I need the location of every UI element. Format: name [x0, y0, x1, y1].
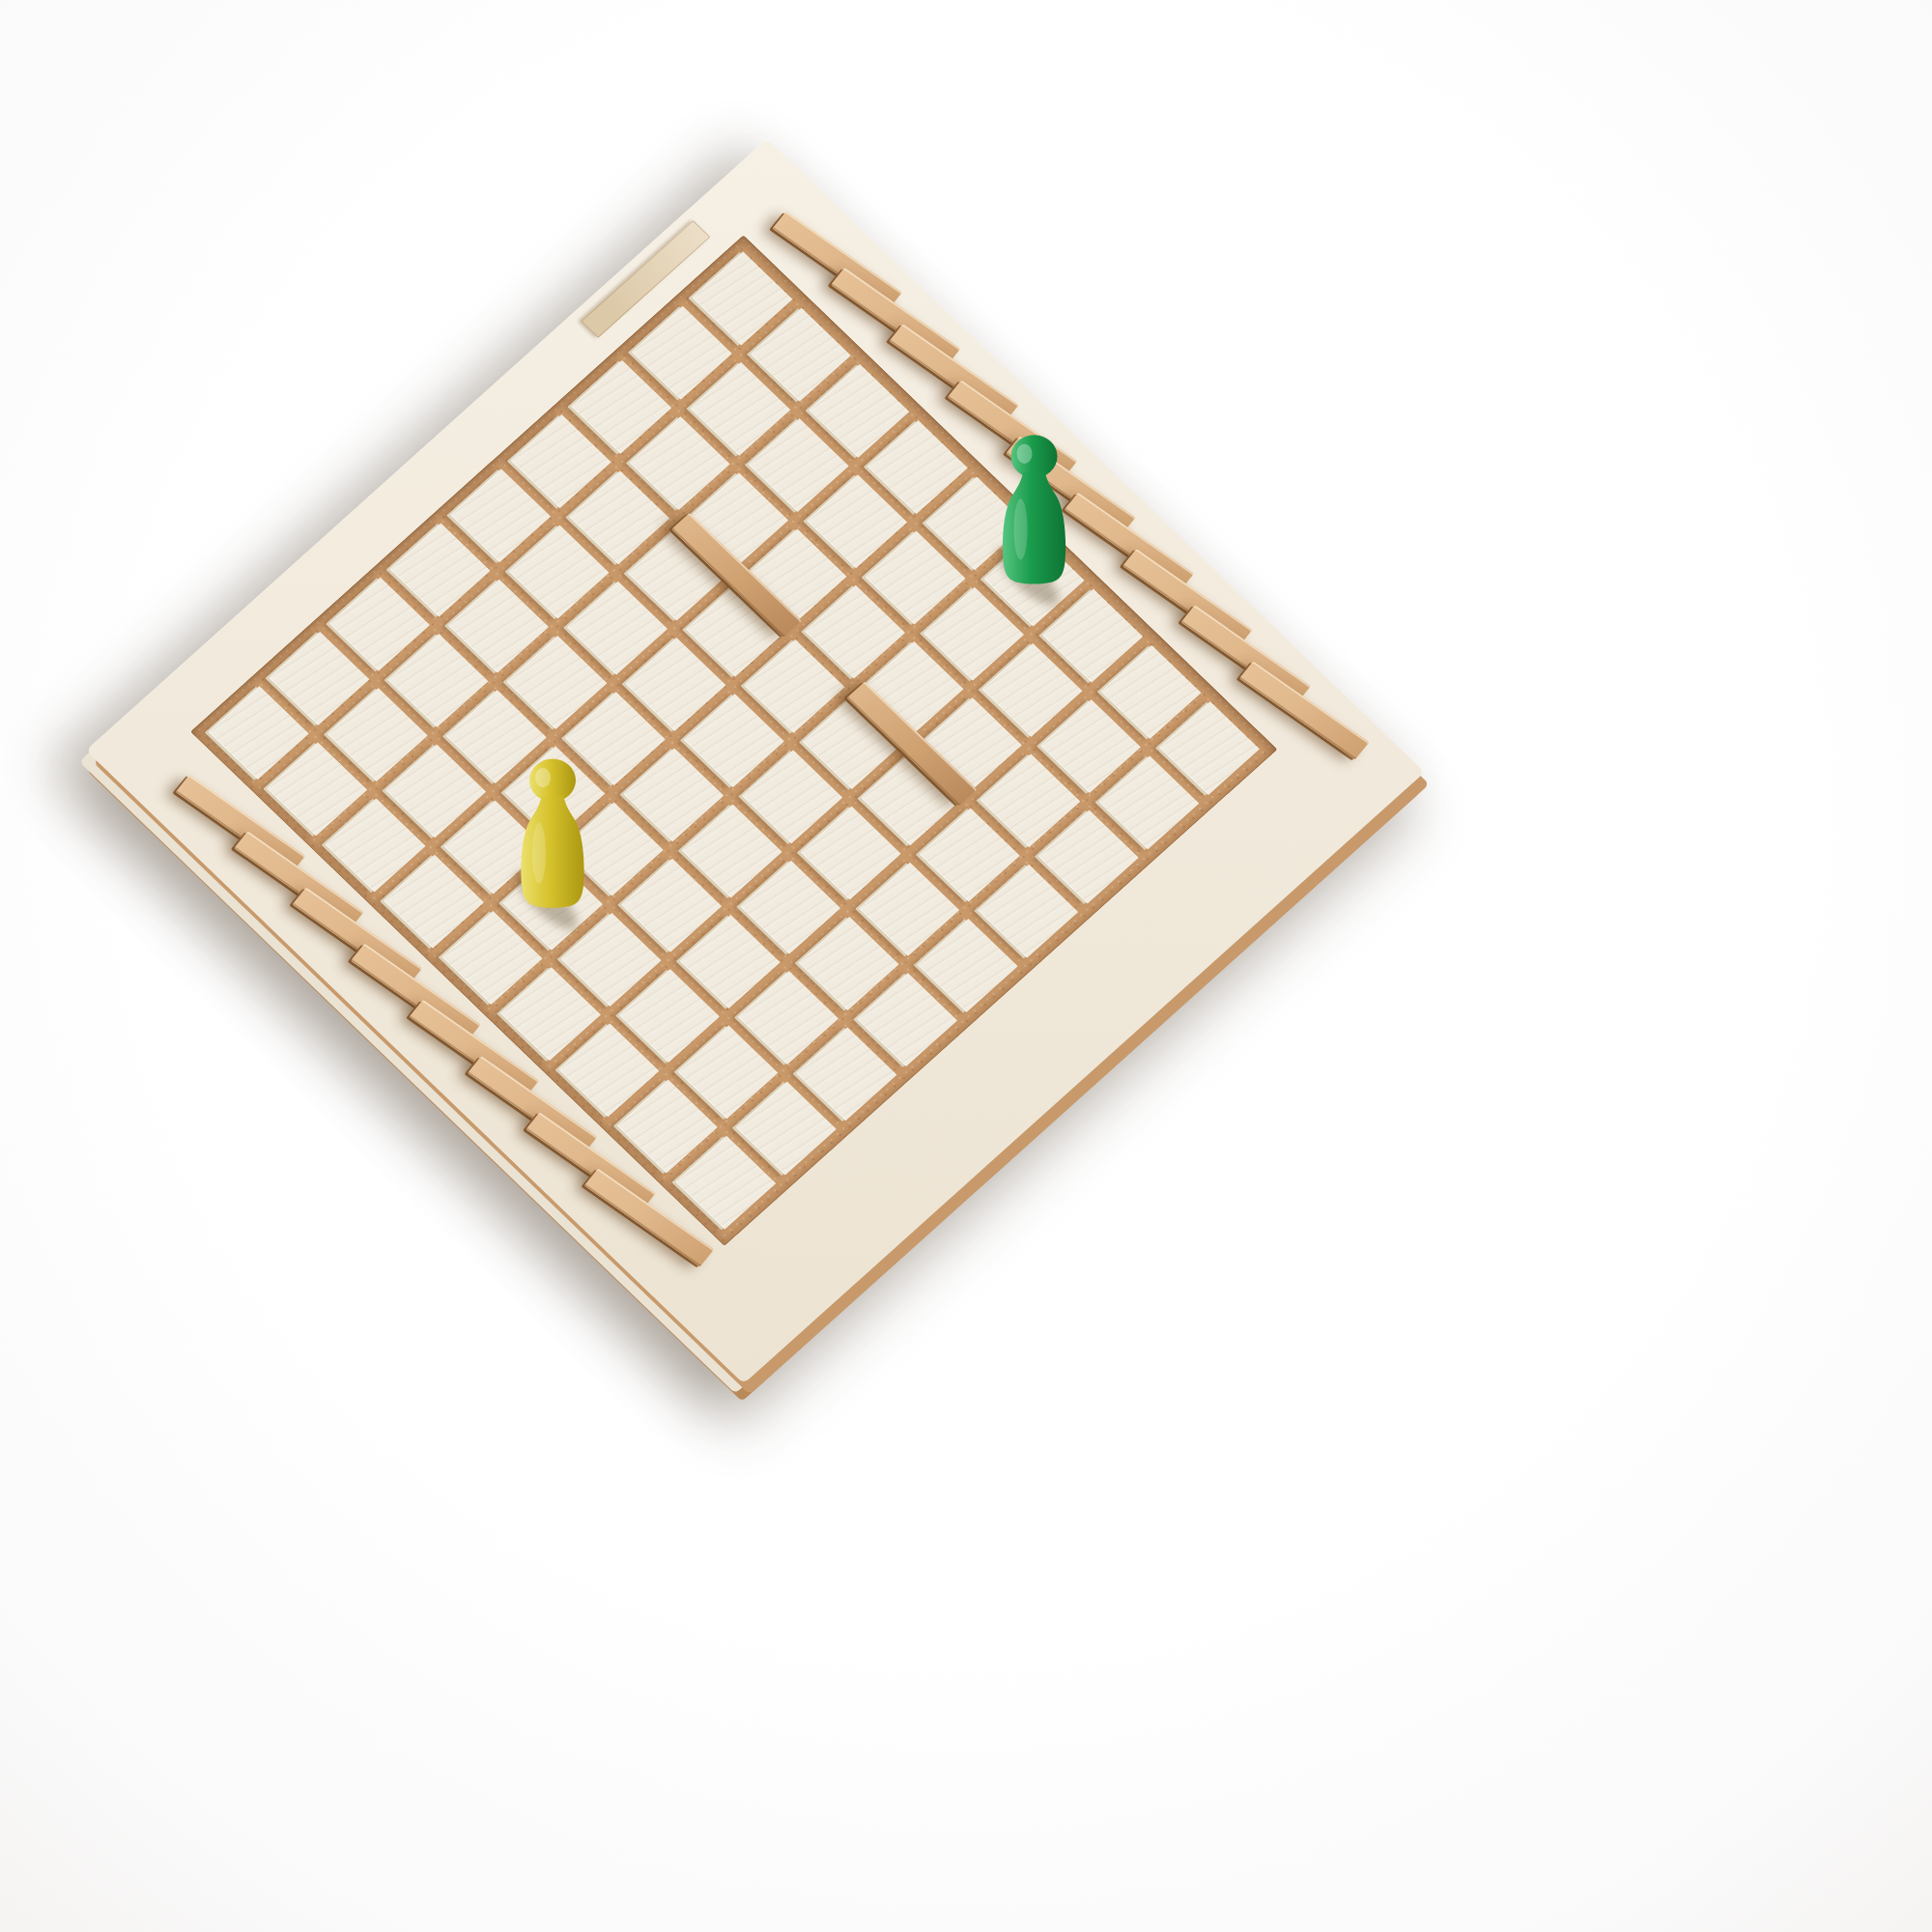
green-pawn[interactable]	[998, 432, 1071, 586]
photo-scene	[0, 0, 1932, 1932]
board-grid	[190, 235, 1278, 1246]
yellow-pawn[interactable]	[516, 756, 589, 911]
quoridor-board	[86, 139, 1425, 1384]
